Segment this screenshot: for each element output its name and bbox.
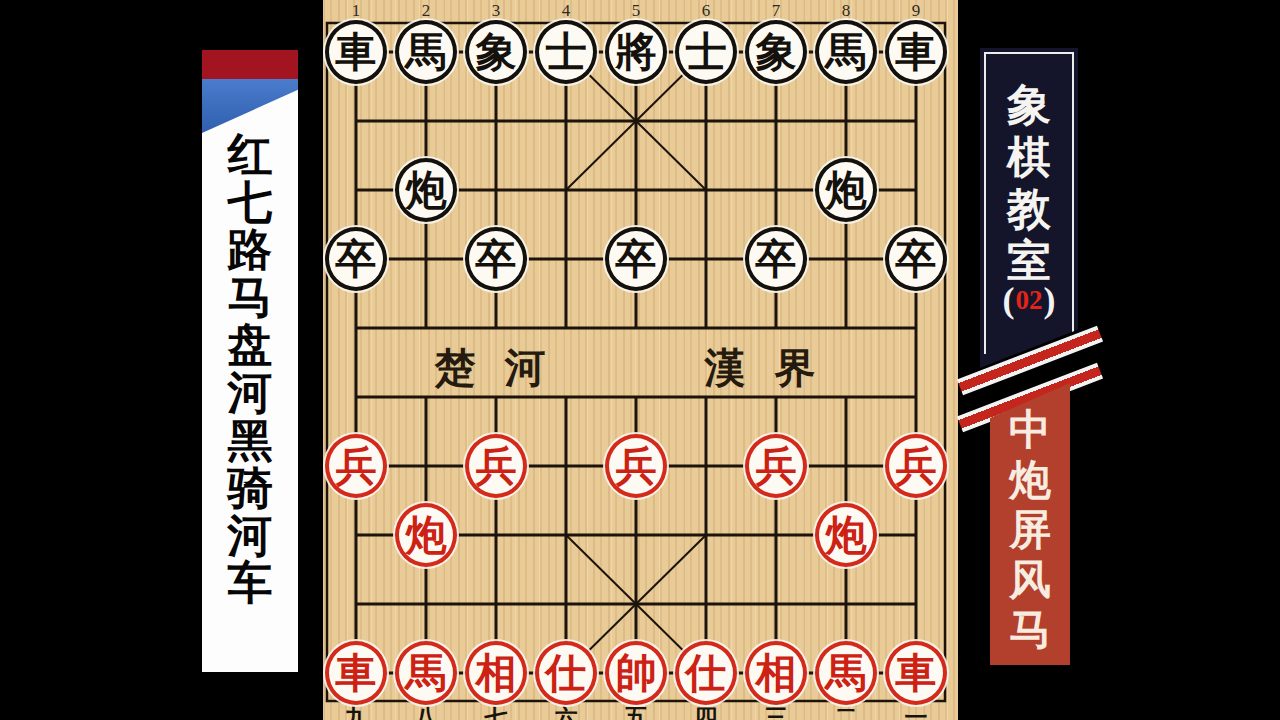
chess-classroom-banner: 象棋教室 ( 02 ): [980, 48, 1078, 368]
file-label-top-3: 3: [481, 1, 511, 21]
piece-black-馬-f2r0[interactable]: 馬: [395, 20, 457, 84]
river-label-1: 楚: [432, 341, 478, 396]
file-label-top-2: 2: [411, 1, 441, 21]
caption-char-7: 黑: [228, 418, 273, 466]
left-caption-banner: 红七路马盘河黑骑河车: [202, 50, 298, 672]
piece-red-兵-f5r6[interactable]: 兵: [605, 434, 667, 498]
piece-black-炮-f8r2[interactable]: 炮: [815, 158, 877, 222]
piece-black-車-f1r0[interactable]: 車: [325, 20, 387, 84]
piece-red-炮-f2r7[interactable]: 炮: [395, 503, 457, 567]
caption-char-3: 路: [228, 227, 273, 275]
piece-red-車-f9r9[interactable]: 車: [885, 641, 947, 705]
piece-black-卒-f3r3[interactable]: 卒: [465, 227, 527, 291]
badge-open-paren: (: [1003, 282, 1015, 318]
opening-char-3: 屏: [1009, 505, 1051, 555]
classroom-title-text: 象棋教室: [980, 80, 1078, 288]
file-label-top-9: 9: [901, 1, 931, 21]
piece-black-士-f6r0[interactable]: 士: [675, 20, 737, 84]
piece-red-仕-f6r9[interactable]: 仕: [675, 641, 737, 705]
classroom-char-3: 教: [1007, 184, 1051, 236]
river-label-4: 界: [772, 341, 818, 396]
piece-black-將-f5r0[interactable]: 將: [605, 20, 667, 84]
episode-badge: ( 02 ): [980, 280, 1078, 320]
file-label-top-5: 5: [621, 1, 651, 21]
piece-black-卒-f7r3[interactable]: 卒: [745, 227, 807, 291]
piece-black-卒-f9r3[interactable]: 卒: [885, 227, 947, 291]
caption-char-10: 车: [228, 560, 273, 608]
badge-close-paren: ): [1044, 282, 1056, 318]
board-grid-lines: [323, 0, 958, 720]
xiangqi-board: 123456789 楚河漢界 九八七六五四三二一 車馬象士將士象馬車炮炮卒卒卒卒…: [323, 0, 958, 720]
caption-char-9: 河: [228, 513, 273, 561]
caption-char-2: 七: [228, 180, 273, 228]
file-label-top-8: 8: [831, 1, 861, 21]
piece-red-相-f3r9[interactable]: 相: [465, 641, 527, 705]
opening-name-text: 中炮屏风马: [990, 405, 1070, 655]
piece-red-兵-f7r6[interactable]: 兵: [745, 434, 807, 498]
caption-char-6: 河: [228, 370, 273, 418]
piece-red-馬-f2r9[interactable]: 馬: [395, 641, 457, 705]
opening-char-4: 风: [1009, 555, 1051, 605]
classroom-char-1: 象: [1007, 80, 1051, 132]
move-caption-text: 红七路马盘河黑骑河车: [202, 132, 298, 608]
caption-char-4: 马: [228, 275, 273, 323]
episode-number: 02: [1015, 285, 1044, 316]
opening-name-banner: 中炮屏风马: [990, 383, 1070, 665]
caption-char-5: 盘: [228, 322, 273, 370]
piece-black-卒-f5r3[interactable]: 卒: [605, 227, 667, 291]
caption-char-1: 红: [228, 132, 273, 180]
piece-red-兵-f3r6[interactable]: 兵: [465, 434, 527, 498]
classroom-char-2: 棋: [1007, 132, 1051, 184]
file-label-top-7: 7: [761, 1, 791, 21]
caption-char-8: 骑: [228, 465, 273, 513]
piece-black-馬-f8r0[interactable]: 馬: [815, 20, 877, 84]
file-label-top-1: 1: [341, 1, 371, 21]
piece-red-炮-f8r7[interactable]: 炮: [815, 503, 877, 567]
piece-black-象-f7r0[interactable]: 象: [745, 20, 807, 84]
piece-black-炮-f2r2[interactable]: 炮: [395, 158, 457, 222]
piece-red-兵-f1r6[interactable]: 兵: [325, 434, 387, 498]
piece-black-象-f3r0[interactable]: 象: [465, 20, 527, 84]
piece-red-馬-f8r9[interactable]: 馬: [815, 641, 877, 705]
opening-char-5: 马: [1009, 605, 1051, 655]
piece-black-士-f4r0[interactable]: 士: [535, 20, 597, 84]
piece-black-卒-f1r3[interactable]: 卒: [325, 227, 387, 291]
piece-red-相-f7r9[interactable]: 相: [745, 641, 807, 705]
river-label-3: 漢: [702, 341, 748, 396]
piece-red-帥-f5r9[interactable]: 帥: [605, 641, 667, 705]
piece-black-車-f9r0[interactable]: 車: [885, 20, 947, 84]
file-label-top-6: 6: [691, 1, 721, 21]
opening-char-2: 炮: [1009, 455, 1051, 505]
piece-red-車-f1r9[interactable]: 車: [325, 641, 387, 705]
banner-blue-band: [202, 79, 298, 133]
piece-red-兵-f9r6[interactable]: 兵: [885, 434, 947, 498]
file-label-top-4: 4: [551, 1, 581, 21]
piece-red-仕-f4r9[interactable]: 仕: [535, 641, 597, 705]
river-label-2: 河: [502, 341, 548, 396]
banner-red-band: [202, 50, 298, 81]
opening-char-1: 中: [1009, 405, 1051, 455]
